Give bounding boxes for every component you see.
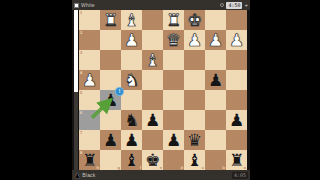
white-king-c1[interactable]: ♚ [184,10,205,30]
rank-label-1: 1 [80,10,82,15]
square-f5[interactable] [121,90,142,110]
black-pawn-a6[interactable]: ♟ [226,110,247,130]
square-f7[interactable]: ♟ [121,130,142,150]
square-c7[interactable]: ♛ [184,130,205,150]
white-pawn-b2[interactable]: ♟ [205,30,226,50]
square-d7[interactable]: ♟ [163,130,184,150]
square-d4[interactable] [163,70,184,90]
black-pawn-e6[interactable]: ♟ [142,110,163,130]
square-g5[interactable]: ♟! [100,90,121,110]
square-c3[interactable] [184,50,205,70]
square-e4[interactable] [142,70,163,90]
square-a3[interactable] [226,50,247,70]
square-a6[interactable]: ♟ [226,110,247,130]
square-c4[interactable] [184,70,205,90]
square-h3[interactable]: 3 [79,50,100,70]
square-b1[interactable] [205,10,226,30]
white-pawn-a2[interactable]: ♟ [226,30,247,50]
square-e2[interactable] [142,30,163,50]
white-knight-f4[interactable]: ♞ [121,70,142,90]
square-h1[interactable]: 1 [79,10,100,30]
white-rook-d1[interactable]: ♜ [163,10,184,30]
square-d1[interactable]: ♜ [163,10,184,30]
square-a1[interactable] [226,10,247,30]
square-g1[interactable]: ♜ [100,10,121,30]
square-g8[interactable]: g [100,150,121,170]
square-a7[interactable] [226,130,247,150]
white-pawn-c2[interactable]: ♟ [184,30,205,50]
black-pawn-b4[interactable]: ♟ [205,70,226,90]
square-c6[interactable] [184,110,205,130]
white-bishop-f1[interactable]: ♝ [121,10,142,30]
square-c5[interactable] [184,90,205,110]
eval-bar-white-portion [74,10,78,92]
bottom-player-bar: ♟ Black 4:05 [72,170,250,180]
video-frame: { "game": "chess", "app": "lichess-style… [0,0,320,180]
square-g6[interactable] [100,110,121,130]
square-b8[interactable]: b [205,150,226,170]
square-g3[interactable] [100,50,121,70]
square-f3[interactable] [121,50,142,70]
square-f2[interactable]: ♟ [121,30,142,50]
rank-label-4: 4 [80,70,82,75]
square-a5[interactable] [226,90,247,110]
move-annotation-badge: ! [115,87,124,96]
game-panel: White 4:50 + 1♜♝♜♚2♟♛♟♟♟3♝4♟♞♟5♟!6♞♟♟7♟♟… [72,0,250,180]
square-e6[interactable]: ♟ [142,110,163,130]
square-h7[interactable]: 7 [79,130,100,150]
square-a8[interactable]: a♜ [226,150,247,170]
square-e8[interactable]: e♚ [142,150,163,170]
square-h6[interactable]: 6 [79,110,100,130]
square-h8[interactable]: 8h♜ [79,150,100,170]
square-b2[interactable]: ♟ [205,30,226,50]
square-d5[interactable] [163,90,184,110]
square-c8[interactable]: c♝ [184,150,205,170]
rank-label-3: 3 [80,50,82,55]
rank-label-6: 6 [80,110,82,115]
rank-label-2: 2 [80,30,82,35]
square-e1[interactable] [142,10,163,30]
black-pawn-f7[interactable]: ♟ [121,130,142,150]
square-c1[interactable]: ♚ [184,10,205,30]
square-e3[interactable]: ♝ [142,50,163,70]
square-h2[interactable]: 2 [79,30,100,50]
square-h4[interactable]: 4♟ [79,70,100,90]
rank-label-5: 5 [80,90,82,95]
top-player-name: White [81,2,95,8]
square-e7[interactable] [142,130,163,150]
chess-board[interactable]: 1♜♝♜♚2♟♛♟♟♟3♝4♟♞♟5♟!6♞♟♟7♟♟♟♛8h♜gf♝e♚dc♝… [79,10,247,170]
square-f6[interactable]: ♞ [121,110,142,130]
square-g7[interactable]: ♟ [100,130,121,150]
black-pawn-g7[interactable]: ♟ [100,130,121,150]
square-b3[interactable] [205,50,226,70]
top-player-clock: 4:50 [226,2,242,9]
square-d2[interactable]: ♛ [163,30,184,50]
white-bishop-e3[interactable]: ♝ [142,50,163,70]
black-knight-f6[interactable]: ♞ [121,110,142,130]
square-d3[interactable] [163,50,184,70]
square-b5[interactable] [205,90,226,110]
square-h5[interactable]: 5 [79,90,100,110]
square-d8[interactable]: d [163,150,184,170]
clock-icon [220,3,224,7]
square-c2[interactable]: ♟ [184,30,205,50]
square-a2[interactable]: ♟ [226,30,247,50]
square-g2[interactable] [100,30,121,50]
square-a4[interactable] [226,70,247,90]
white-color-icon [74,3,79,8]
square-b7[interactable] [205,130,226,150]
white-queen-d2[interactable]: ♛ [163,30,184,50]
square-f4[interactable]: ♞ [121,70,142,90]
square-f1[interactable]: ♝ [121,10,142,30]
plus-icon[interactable]: + [244,2,248,8]
black-queen-c7[interactable]: ♛ [184,130,205,150]
square-b4[interactable]: ♟ [205,70,226,90]
square-d6[interactable] [163,110,184,130]
black-pawn-icon: ♟ [74,173,80,178]
bottom-player-clock: 4:05 [232,172,248,179]
bottom-player-name: Black [82,172,95,178]
square-b6[interactable] [205,110,226,130]
rank-label-8: 8 [80,150,82,155]
white-rook-g1[interactable]: ♜ [100,10,121,30]
top-player-bar: White 4:50 + [72,0,250,10]
white-pawn-f2[interactable]: ♟ [121,30,142,50]
eval-bar [74,10,78,170]
square-f8[interactable]: f♝ [121,150,142,170]
rank-label-7: 7 [80,130,82,135]
square-e5[interactable] [142,90,163,110]
black-pawn-d7[interactable]: ♟ [163,130,184,150]
